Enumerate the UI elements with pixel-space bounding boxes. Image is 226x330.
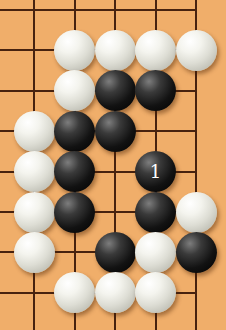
intersection-empty[interactable] [176,70,217,111]
intersection[interactable] [14,151,55,192]
white-stone[interactable] [54,70,95,111]
intersection-empty[interactable] [135,111,176,152]
intersection-empty[interactable] [54,0,95,31]
white-stone[interactable] [54,30,95,71]
intersection[interactable] [176,30,217,71]
black-stone[interactable] [95,232,136,273]
intersection[interactable] [14,192,55,233]
white-stone[interactable] [54,272,95,313]
intersection-empty[interactable] [95,192,136,233]
intersection-empty[interactable] [54,232,95,273]
intersection-empty[interactable] [176,0,217,31]
white-stone[interactable] [95,272,136,313]
black-stone[interactable] [176,232,217,273]
intersection[interactable] [135,192,176,233]
intersection[interactable] [54,70,95,111]
white-stone[interactable] [14,192,55,233]
black-stone[interactable] [95,111,136,152]
intersection[interactable] [54,192,95,233]
intersection[interactable] [14,232,55,273]
intersection-empty[interactable] [14,272,55,313]
intersection[interactable] [135,272,176,313]
intersection-empty[interactable] [176,111,217,152]
intersection-empty[interactable] [176,151,217,192]
black-stone[interactable] [54,111,95,152]
white-stone[interactable] [14,111,55,152]
intersection[interactable] [176,232,217,273]
white-stone[interactable] [176,30,217,71]
intersection[interactable]: 1 [135,151,176,192]
intersection-empty[interactable] [176,272,217,313]
black-stone[interactable] [135,192,176,233]
intersection[interactable] [95,111,136,152]
intersection-empty[interactable] [14,0,55,31]
intersection-empty[interactable] [14,30,55,71]
move-number-label: 1 [150,163,161,181]
intersection-empty[interactable] [95,0,136,31]
black-stone[interactable] [54,151,95,192]
black-stone[interactable] [95,70,136,111]
white-stone[interactable] [135,272,176,313]
intersection[interactable] [176,192,217,233]
intersection-empty[interactable] [135,0,176,31]
intersection[interactable] [135,30,176,71]
intersection-empty[interactable] [14,70,55,111]
white-stone[interactable] [135,30,176,71]
black-stone[interactable] [135,70,176,111]
white-stone[interactable] [14,151,55,192]
intersection[interactable] [54,272,95,313]
intersection[interactable] [95,232,136,273]
intersection-empty[interactable] [95,151,136,192]
white-stone[interactable] [135,232,176,273]
black-stone[interactable] [54,192,95,233]
intersection[interactable] [135,70,176,111]
white-stone[interactable] [14,232,55,273]
intersection[interactable] [14,111,55,152]
white-stone[interactable] [176,192,217,233]
go-board: 1 [0,0,226,330]
black-stone[interactable]: 1 [135,151,176,192]
intersection[interactable] [54,30,95,71]
intersection[interactable] [54,111,95,152]
intersection[interactable] [95,70,136,111]
intersection[interactable] [54,151,95,192]
white-stone[interactable] [95,30,136,71]
intersection[interactable] [95,272,136,313]
intersection[interactable] [135,232,176,273]
intersection[interactable] [95,30,136,71]
